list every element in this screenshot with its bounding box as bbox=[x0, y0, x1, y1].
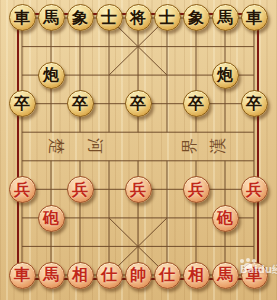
board-point-i2 bbox=[240, 204, 269, 233]
board-point-a3: 兵 bbox=[8, 175, 37, 204]
piece-red-chariot[interactable]: 車 bbox=[9, 262, 36, 289]
board-point-d9: 士 bbox=[95, 4, 124, 33]
board-point-a5 bbox=[8, 118, 37, 147]
board-point-d0: 仕 bbox=[95, 261, 124, 290]
piece-red-chariot[interactable]: 車 bbox=[241, 262, 268, 289]
board-point-b3 bbox=[37, 175, 66, 204]
board-point-h4 bbox=[211, 147, 240, 176]
board-point-i6: 卒 bbox=[240, 89, 269, 118]
board-point-a0: 車 bbox=[8, 261, 37, 290]
board-point-f3 bbox=[153, 175, 182, 204]
board-point-b7: 炮 bbox=[37, 61, 66, 90]
board-point-a4 bbox=[8, 147, 37, 176]
board-point-e1 bbox=[124, 232, 153, 261]
piece-red-horse[interactable]: 馬 bbox=[212, 262, 239, 289]
piece-black-soldier[interactable]: 卒 bbox=[183, 90, 210, 117]
piece-red-horse[interactable]: 馬 bbox=[38, 262, 65, 289]
board-point-g7 bbox=[182, 61, 211, 90]
board-point-c0: 相 bbox=[66, 261, 95, 290]
board-point-e4 bbox=[124, 147, 153, 176]
board-point-i3: 兵 bbox=[240, 175, 269, 204]
board-point-a1 bbox=[8, 232, 37, 261]
piece-black-elephant[interactable]: 象 bbox=[183, 4, 210, 31]
board-point-g2 bbox=[182, 204, 211, 233]
piece-red-advisor[interactable]: 仕 bbox=[96, 262, 123, 289]
board-point-i4 bbox=[240, 147, 269, 176]
board-point-e8 bbox=[124, 32, 153, 61]
board-point-c7 bbox=[66, 61, 95, 90]
board-point-g4 bbox=[182, 147, 211, 176]
board-point-g5 bbox=[182, 118, 211, 147]
board-point-h2: 砲 bbox=[211, 204, 240, 233]
board-point-i0: 車 bbox=[240, 261, 269, 290]
board-point-d3 bbox=[95, 175, 124, 204]
piece-black-advisor[interactable]: 士 bbox=[96, 4, 123, 31]
board-point-b8 bbox=[37, 32, 66, 61]
board-point-i8 bbox=[240, 32, 269, 61]
board-point-c9: 象 bbox=[66, 4, 95, 33]
piece-black-horse[interactable]: 馬 bbox=[38, 4, 65, 31]
board-point-g3: 兵 bbox=[182, 175, 211, 204]
board-point-d1 bbox=[95, 232, 124, 261]
board-point-b1 bbox=[37, 232, 66, 261]
board-point-i1 bbox=[240, 232, 269, 261]
board-point-d6 bbox=[95, 89, 124, 118]
board-point-h6 bbox=[211, 89, 240, 118]
board-point-f5 bbox=[153, 118, 182, 147]
board-point-b4 bbox=[37, 147, 66, 176]
piece-black-soldier[interactable]: 卒 bbox=[9, 90, 36, 117]
board-point-g0: 相 bbox=[182, 261, 211, 290]
piece-black-chariot[interactable]: 車 bbox=[241, 4, 268, 31]
piece-black-soldier[interactable]: 卒 bbox=[241, 90, 268, 117]
board-point-b9: 馬 bbox=[37, 4, 66, 33]
board-point-d5 bbox=[95, 118, 124, 147]
board-point-e9: 将 bbox=[124, 4, 153, 33]
board-point-a2 bbox=[8, 204, 37, 233]
piece-black-general[interactable]: 将 bbox=[125, 4, 152, 31]
piece-red-soldier[interactable]: 兵 bbox=[9, 176, 36, 203]
piece-red-elephant[interactable]: 相 bbox=[183, 262, 210, 289]
board-point-c8 bbox=[66, 32, 95, 61]
piece-black-soldier[interactable]: 卒 bbox=[125, 90, 152, 117]
piece-red-soldier[interactable]: 兵 bbox=[183, 176, 210, 203]
board-point-h7: 炮 bbox=[211, 61, 240, 90]
piece-black-chariot[interactable]: 車 bbox=[9, 4, 36, 31]
board-point-f7 bbox=[153, 61, 182, 90]
board-point-e7 bbox=[124, 61, 153, 90]
piece-red-advisor[interactable]: 仕 bbox=[154, 262, 181, 289]
board-point-a8 bbox=[8, 32, 37, 61]
board-point-d8 bbox=[95, 32, 124, 61]
piece-black-advisor[interactable]: 士 bbox=[154, 4, 181, 31]
board-point-c1 bbox=[66, 232, 95, 261]
board-point-d2 bbox=[95, 204, 124, 233]
board-point-h0: 馬 bbox=[211, 261, 240, 290]
board-point-h1 bbox=[211, 232, 240, 261]
piece-red-soldier[interactable]: 兵 bbox=[125, 176, 152, 203]
board-point-c2 bbox=[66, 204, 95, 233]
piece-red-soldier[interactable]: 兵 bbox=[67, 176, 94, 203]
board-point-d4 bbox=[95, 147, 124, 176]
board-point-e6: 卒 bbox=[124, 89, 153, 118]
board-point-c5 bbox=[66, 118, 95, 147]
board-point-f4 bbox=[153, 147, 182, 176]
board-point-b6 bbox=[37, 89, 66, 118]
board-point-i7 bbox=[240, 61, 269, 90]
board-point-e2 bbox=[124, 204, 153, 233]
board-point-a7 bbox=[8, 61, 37, 90]
board-point-f2 bbox=[153, 204, 182, 233]
board-point-i9: 車 bbox=[240, 4, 269, 33]
board-point-h5 bbox=[211, 118, 240, 147]
board-point-i5 bbox=[240, 118, 269, 147]
piece-red-cannon[interactable]: 砲 bbox=[212, 205, 239, 232]
board-point-f1 bbox=[153, 232, 182, 261]
piece-red-soldier[interactable]: 兵 bbox=[241, 176, 268, 203]
board-point-g1 bbox=[182, 232, 211, 261]
board-point-b2: 砲 bbox=[37, 204, 66, 233]
board-point-g6: 卒 bbox=[182, 89, 211, 118]
board-point-c3: 兵 bbox=[66, 175, 95, 204]
board-point-f8 bbox=[153, 32, 182, 61]
board-point-a9: 車 bbox=[8, 4, 37, 33]
piece-red-cannon[interactable]: 砲 bbox=[38, 205, 65, 232]
xiangqi-board-screenshot: 楚 河 界 漢 車馬象士将士象馬車炮炮卒卒卒卒卒兵兵兵兵兵砲砲車馬相仕帥仕相馬車… bbox=[0, 0, 277, 300]
board-point-f9: 士 bbox=[153, 4, 182, 33]
piece-black-horse[interactable]: 馬 bbox=[212, 4, 239, 31]
piece-black-cannon[interactable]: 炮 bbox=[38, 62, 65, 89]
board-point-b5 bbox=[37, 118, 66, 147]
board-point-g8 bbox=[182, 32, 211, 61]
board-point-c6: 卒 bbox=[66, 89, 95, 118]
board-point-d7 bbox=[95, 61, 124, 90]
piece-red-elephant[interactable]: 相 bbox=[67, 262, 94, 289]
piece-black-elephant[interactable]: 象 bbox=[67, 4, 94, 31]
board-point-e5 bbox=[124, 118, 153, 147]
board-point-h3 bbox=[211, 175, 240, 204]
board-point-c4 bbox=[66, 147, 95, 176]
board-point-b0: 馬 bbox=[37, 261, 66, 290]
board-point-h9: 馬 bbox=[211, 4, 240, 33]
board-point-f0: 仕 bbox=[153, 261, 182, 290]
board-point-e3: 兵 bbox=[124, 175, 153, 204]
board-point-a6: 卒 bbox=[8, 89, 37, 118]
board-point-h8 bbox=[211, 32, 240, 61]
board-grid[interactable]: 車馬象士将士象馬車炮炮卒卒卒卒卒兵兵兵兵兵砲砲車馬相仕帥仕相馬車 bbox=[8, 4, 269, 290]
piece-red-general[interactable]: 帥 bbox=[125, 262, 152, 289]
board-point-g9: 象 bbox=[182, 4, 211, 33]
piece-black-soldier[interactable]: 卒 bbox=[67, 90, 94, 117]
board-point-e0: 帥 bbox=[124, 261, 153, 290]
piece-black-cannon[interactable]: 炮 bbox=[212, 62, 239, 89]
board-point-f6 bbox=[153, 89, 182, 118]
